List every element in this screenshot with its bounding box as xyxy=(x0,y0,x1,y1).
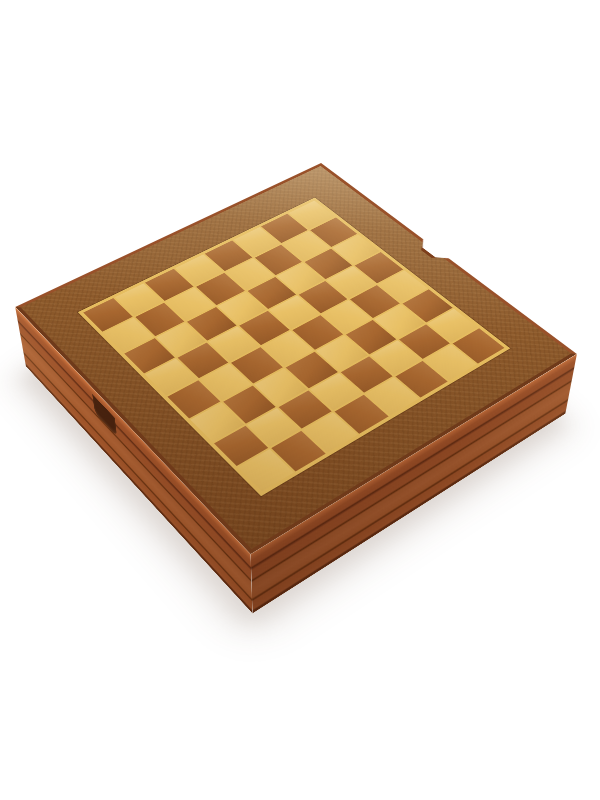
board-square[interactable] xyxy=(316,335,367,370)
board-square[interactable] xyxy=(340,356,392,393)
board-square[interactable] xyxy=(190,403,243,442)
board-square[interactable] xyxy=(223,385,276,423)
board-square[interactable] xyxy=(286,352,338,388)
edge-notch-icon xyxy=(415,238,451,264)
box-lid-frame xyxy=(15,163,577,554)
board-square[interactable] xyxy=(271,431,326,472)
board-square[interactable] xyxy=(366,378,419,416)
board-square[interactable] xyxy=(255,368,307,405)
board-square[interactable] xyxy=(425,344,477,380)
product-photo-scene xyxy=(0,0,600,800)
board-square[interactable] xyxy=(167,380,220,418)
board-square[interactable] xyxy=(310,373,363,411)
chess-box xyxy=(15,163,577,554)
board-square[interactable] xyxy=(214,426,268,467)
board-square[interactable] xyxy=(178,342,229,378)
board-square[interactable] xyxy=(145,359,197,396)
board-square[interactable] xyxy=(453,328,504,363)
board-square[interactable] xyxy=(370,340,422,376)
board-square[interactable] xyxy=(279,390,332,428)
board-square[interactable] xyxy=(238,449,293,491)
board-square[interactable] xyxy=(209,327,260,362)
board-square[interactable] xyxy=(395,361,448,398)
board-square[interactable] xyxy=(262,331,313,366)
board-square[interactable] xyxy=(304,413,358,453)
board-square[interactable] xyxy=(200,363,252,400)
board-square[interactable] xyxy=(231,347,282,383)
board-square[interactable] xyxy=(124,338,175,374)
board-square[interactable] xyxy=(335,395,389,434)
board-square[interactable] xyxy=(247,408,301,448)
